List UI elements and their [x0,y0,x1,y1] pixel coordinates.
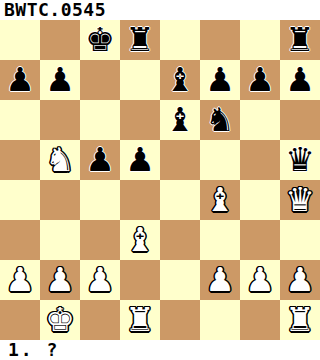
square-f1[interactable] [200,300,240,340]
black-bishop: ♝ [165,100,195,140]
square-e4[interactable] [160,180,200,220]
square-g6[interactable] [240,100,280,140]
square-a4[interactable] [0,180,40,220]
square-g8[interactable] [240,20,280,60]
square-g7[interactable]: ♟ [240,60,280,100]
square-b6[interactable] [40,100,80,140]
square-g3[interactable] [240,220,280,260]
black-pawn: ♟ [85,140,115,180]
square-d1[interactable]: ♜ [120,300,160,340]
square-b1[interactable]: ♚ [40,300,80,340]
square-c5[interactable]: ♟ [80,140,120,180]
square-h4[interactable]: ♛ [280,180,320,220]
square-g2[interactable]: ♟ [240,260,280,300]
square-b7[interactable]: ♟ [40,60,80,100]
square-a3[interactable] [0,220,40,260]
white-pawn: ♟ [245,260,275,300]
black-king: ♚ [85,20,115,60]
white-pawn: ♟ [5,260,35,300]
square-h8[interactable]: ♜ [280,20,320,60]
square-e3[interactable] [160,220,200,260]
square-e6[interactable]: ♝ [160,100,200,140]
black-pawn: ♟ [45,60,75,100]
square-e7[interactable]: ♝ [160,60,200,100]
white-rook: ♜ [125,300,155,340]
black-bishop: ♝ [165,60,195,100]
square-d8[interactable]: ♜ [120,20,160,60]
white-pawn: ♟ [205,260,235,300]
square-d5[interactable]: ♟ [120,140,160,180]
square-e2[interactable] [160,260,200,300]
square-d4[interactable] [120,180,160,220]
square-a1[interactable] [0,300,40,340]
square-f3[interactable] [200,220,240,260]
white-bishop: ♝ [205,180,235,220]
white-rook: ♜ [285,300,315,340]
chess-trainer-window: BWTC.0545 ♚♜♜♟♟♝♟♟♟♝♞♞♟♟♛♝♛♝♟♟♟♟♟♟♚♜♜ 1.… [0,0,320,360]
square-d7[interactable] [120,60,160,100]
square-b4[interactable] [40,180,80,220]
square-h1[interactable]: ♜ [280,300,320,340]
square-h7[interactable]: ♟ [280,60,320,100]
black-pawn: ♟ [205,60,235,100]
black-pawn: ♟ [285,60,315,100]
black-queen: ♛ [285,140,315,180]
square-f6[interactable]: ♞ [200,100,240,140]
move-prompt: 1. ? [0,340,320,360]
square-g4[interactable] [240,180,280,220]
square-e1[interactable] [160,300,200,340]
white-pawn: ♟ [45,260,75,300]
black-pawn: ♟ [125,140,155,180]
square-a5[interactable] [0,140,40,180]
square-f5[interactable] [200,140,240,180]
square-h5[interactable]: ♛ [280,140,320,180]
square-f8[interactable] [200,20,240,60]
square-a8[interactable] [0,20,40,60]
black-knight: ♞ [205,100,235,140]
white-knight: ♞ [45,140,75,180]
square-f2[interactable]: ♟ [200,260,240,300]
square-c1[interactable] [80,300,120,340]
square-b2[interactable]: ♟ [40,260,80,300]
square-f7[interactable]: ♟ [200,60,240,100]
square-c6[interactable] [80,100,120,140]
square-e5[interactable] [160,140,200,180]
puzzle-id-label: BWTC.0545 [0,0,320,20]
chess-board: ♚♜♜♟♟♝♟♟♟♝♞♞♟♟♛♝♛♝♟♟♟♟♟♟♚♜♜ [0,20,320,340]
square-h6[interactable] [280,100,320,140]
square-c7[interactable] [80,60,120,100]
white-pawn: ♟ [85,260,115,300]
square-g5[interactable] [240,140,280,180]
black-rook: ♜ [285,20,315,60]
square-g1[interactable] [240,300,280,340]
square-f4[interactable]: ♝ [200,180,240,220]
square-b5[interactable]: ♞ [40,140,80,180]
square-c4[interactable] [80,180,120,220]
square-d2[interactable] [120,260,160,300]
white-king: ♚ [45,300,75,340]
square-a2[interactable]: ♟ [0,260,40,300]
square-b8[interactable] [40,20,80,60]
black-pawn: ♟ [245,60,275,100]
square-a7[interactable]: ♟ [0,60,40,100]
square-c3[interactable] [80,220,120,260]
square-b3[interactable] [40,220,80,260]
black-pawn: ♟ [5,60,35,100]
black-rook: ♜ [125,20,155,60]
square-a6[interactable] [0,100,40,140]
white-queen: ♛ [285,180,315,220]
square-e8[interactable] [160,20,200,60]
white-pawn: ♟ [285,260,315,300]
white-bishop: ♝ [125,220,155,260]
square-h2[interactable]: ♟ [280,260,320,300]
square-h3[interactable] [280,220,320,260]
square-c2[interactable]: ♟ [80,260,120,300]
square-d6[interactable] [120,100,160,140]
square-d3[interactable]: ♝ [120,220,160,260]
square-c8[interactable]: ♚ [80,20,120,60]
